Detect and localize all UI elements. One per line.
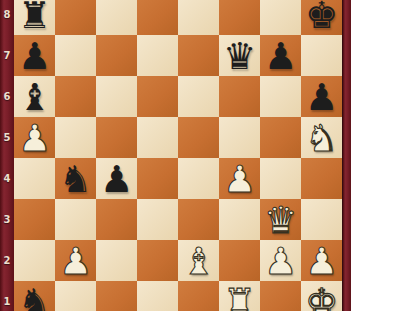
piece-white-bishop-e2[interactable]: ♝ [182,243,215,280]
square-b4[interactable]: ♞ [55,158,96,199]
square-h4[interactable] [301,158,342,199]
square-b3[interactable] [55,199,96,240]
square-d2[interactable] [137,240,178,281]
square-g6[interactable] [260,76,301,117]
square-d6[interactable] [137,76,178,117]
square-a7[interactable]: ♟ [14,35,55,76]
square-a4[interactable] [14,158,55,199]
square-d4[interactable] [137,158,178,199]
square-d7[interactable] [137,35,178,76]
rank-label-7: 7 [0,49,14,63]
square-d1[interactable] [137,281,178,311]
square-h5[interactable]: ♞ [301,117,342,158]
square-f7[interactable]: ♛ [219,35,260,76]
square-e8[interactable] [178,0,219,35]
square-a2[interactable] [14,240,55,281]
rank-label-2: 2 [0,254,14,268]
rank-label-1: 1 [0,295,14,309]
square-a8[interactable]: ♜ [14,0,55,35]
square-c1[interactable] [96,281,137,311]
square-h3[interactable] [301,199,342,240]
piece-black-knight-b4[interactable]: ♞ [59,161,92,198]
piece-black-bishop-a6[interactable]: ♝ [18,79,51,116]
square-c8[interactable] [96,0,137,35]
square-e2[interactable]: ♝ [178,240,219,281]
square-h6[interactable]: ♟ [301,76,342,117]
square-b6[interactable] [55,76,96,117]
square-g1[interactable] [260,281,301,311]
square-a1[interactable]: ♞ [14,281,55,311]
square-h8[interactable]: ♚ [301,0,342,35]
square-f8[interactable] [219,0,260,35]
chess-position-screenshot: ♜♚♟♛♟♝♟♟♞♞♟♟♛♟♝♟♟♞♜♚ 87654321 [0,0,414,311]
piece-white-pawn-h2[interactable]: ♟ [305,243,338,280]
square-b8[interactable] [55,0,96,35]
square-g8[interactable] [260,0,301,35]
board-border-right [342,0,351,311]
square-e4[interactable] [178,158,219,199]
square-f1[interactable]: ♜ [219,281,260,311]
square-a3[interactable] [14,199,55,240]
square-f6[interactable] [219,76,260,117]
piece-black-queen-f7[interactable]: ♛ [223,38,256,75]
rank-label-5: 5 [0,131,14,145]
piece-black-pawn-g7[interactable]: ♟ [264,38,297,75]
square-c2[interactable] [96,240,137,281]
rank-label-3: 3 [0,213,14,227]
square-c5[interactable] [96,117,137,158]
square-h7[interactable] [301,35,342,76]
piece-black-pawn-c4[interactable]: ♟ [100,161,133,198]
piece-black-rook-a8[interactable]: ♜ [18,0,51,34]
piece-white-rook-f1[interactable]: ♜ [223,284,256,311]
square-h2[interactable]: ♟ [301,240,342,281]
square-e1[interactable] [178,281,219,311]
rank-label-4: 4 [0,172,14,186]
square-b2[interactable]: ♟ [55,240,96,281]
square-g5[interactable] [260,117,301,158]
square-c3[interactable] [96,199,137,240]
piece-white-pawn-a5[interactable]: ♟ [18,120,51,157]
piece-white-pawn-g2[interactable]: ♟ [264,243,297,280]
chess-board-grid: ♜♚♟♛♟♝♟♟♞♞♟♟♛♟♝♟♟♞♜♚ [14,0,342,311]
square-a6[interactable]: ♝ [14,76,55,117]
square-d5[interactable] [137,117,178,158]
square-b1[interactable] [55,281,96,311]
piece-black-pawn-a7[interactable]: ♟ [18,38,51,75]
square-a5[interactable]: ♟ [14,117,55,158]
square-d8[interactable] [137,0,178,35]
rank-label-8: 8 [0,8,14,22]
square-d3[interactable] [137,199,178,240]
square-h1[interactable]: ♚ [301,281,342,311]
square-f2[interactable] [219,240,260,281]
piece-white-knight-h5[interactable]: ♞ [305,120,338,157]
square-f4[interactable]: ♟ [219,158,260,199]
square-b7[interactable] [55,35,96,76]
piece-white-king-h1[interactable]: ♚ [305,284,338,311]
square-e5[interactable] [178,117,219,158]
square-e7[interactable] [178,35,219,76]
rank-label-6: 6 [0,90,14,104]
square-f5[interactable] [219,117,260,158]
square-g7[interactable]: ♟ [260,35,301,76]
piece-white-pawn-b2[interactable]: ♟ [59,243,92,280]
square-f3[interactable] [219,199,260,240]
square-c4[interactable]: ♟ [96,158,137,199]
piece-white-queen-g3[interactable]: ♛ [264,202,297,239]
square-g3[interactable]: ♛ [260,199,301,240]
piece-black-pawn-h6[interactable]: ♟ [305,79,338,116]
square-e6[interactable] [178,76,219,117]
square-g2[interactable]: ♟ [260,240,301,281]
square-g4[interactable] [260,158,301,199]
square-c7[interactable] [96,35,137,76]
piece-black-king-h8[interactable]: ♚ [305,0,338,34]
square-c6[interactable] [96,76,137,117]
piece-black-knight-a1[interactable]: ♞ [18,284,51,311]
piece-white-pawn-f4[interactable]: ♟ [223,161,256,198]
square-e3[interactable] [178,199,219,240]
square-b5[interactable] [55,117,96,158]
